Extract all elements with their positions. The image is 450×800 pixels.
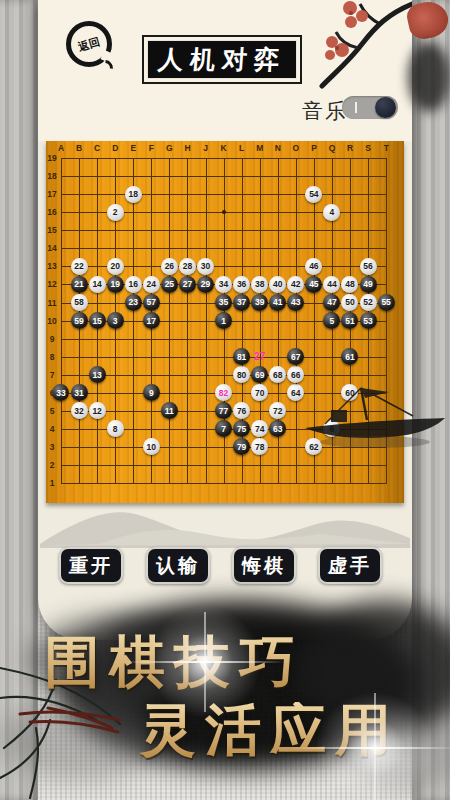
board-point-R6[interactable]: 60 — [341, 384, 359, 402]
stone-black-15: 15 — [89, 312, 106, 329]
stone-white-22: 22 — [71, 258, 88, 275]
stone-black-55: 55 — [378, 294, 395, 311]
stone-white-68: 68 — [269, 366, 286, 383]
board-point-C12[interactable]: 14 — [88, 275, 106, 293]
board-point-F6[interactable]: 9 — [142, 384, 160, 402]
background-curtain-left — [0, 0, 38, 800]
stone-black-49: 49 — [360, 276, 377, 293]
board-point-R10[interactable]: 51 — [341, 312, 359, 330]
intersection-grid[interactable]: 1234567891011121314151617181920212223242… — [52, 149, 395, 492]
stone-white-52: 52 — [360, 294, 377, 311]
board-point-G13[interactable]: 26 — [160, 257, 178, 275]
board-point-K12[interactable]: 34 — [215, 275, 233, 293]
marketing-line1: 围棋技巧 — [44, 634, 304, 690]
stone-black-13: 13 — [89, 366, 106, 383]
stone-black-23: 23 — [125, 294, 142, 311]
board-point-L7[interactable]: 80 — [233, 366, 251, 384]
stone-white-62: 62 — [305, 438, 322, 455]
board-point-F10[interactable]: 17 — [142, 312, 160, 330]
board-point-A6[interactable]: 33 — [52, 384, 70, 402]
stone-white-2: 2 — [107, 204, 124, 221]
stone-white-78: 78 — [251, 438, 268, 455]
stone-white-16: 16 — [125, 276, 142, 293]
back-button[interactable]: 返回 — [66, 21, 112, 67]
board-point-M11[interactable]: 39 — [251, 293, 269, 311]
board-point-Q4[interactable]: 6 — [323, 420, 341, 438]
board-point-F12[interactable]: 24 — [142, 275, 160, 293]
stone-black-37: 37 — [233, 294, 250, 311]
stone-white-30: 30 — [197, 258, 214, 275]
stone-black-47: 47 — [323, 294, 340, 311]
stone-black-9: 9 — [143, 384, 160, 401]
stone-white-82: 82 — [215, 384, 232, 401]
back-label: 返回 — [76, 34, 101, 54]
board-point-L8[interactable]: 81 — [233, 348, 251, 366]
stone-white-54: 54 — [305, 186, 322, 203]
board-point-P3[interactable]: 62 — [305, 438, 323, 456]
board-point-Q11[interactable]: 47 — [323, 293, 341, 311]
stone-black-75: 75 — [233, 420, 250, 437]
stone-black-63: 63 — [269, 420, 286, 437]
board-point-N12[interactable]: 40 — [269, 275, 287, 293]
stone-white-44: 44 — [323, 276, 340, 293]
board-point-C10[interactable]: 15 — [88, 312, 106, 330]
resign-button[interactable]: 认输 — [146, 547, 210, 584]
board-point-B10[interactable]: 59 — [70, 312, 88, 330]
marketing-line2: 灵活应用 — [140, 702, 400, 758]
stone-white-6: 6 — [323, 420, 340, 437]
board-point-D16[interactable]: 2 — [106, 203, 124, 221]
header: 返回 人机对弈 音乐 — [38, 0, 412, 141]
stone-white-8: 8 — [107, 420, 124, 437]
stone-black-81: 81 — [233, 348, 250, 365]
background-curtain-right — [412, 0, 450, 800]
board-point-H13[interactable]: 28 — [178, 257, 196, 275]
stone-white-40: 40 — [269, 276, 286, 293]
board-point-Q16[interactable]: 4 — [323, 203, 341, 221]
stone-white-12: 12 — [89, 402, 106, 419]
stone-white-24: 24 — [143, 276, 160, 293]
stone-black-19: 19 — [107, 276, 124, 293]
board-point-G5[interactable]: 11 — [160, 402, 178, 420]
music-label: 音乐 — [302, 97, 348, 125]
stone-white-18: 18 — [125, 186, 142, 203]
title-plaque: 人机对弈 — [142, 35, 302, 84]
stone-white-50: 50 — [341, 294, 358, 311]
stone-white-46: 46 — [305, 258, 322, 275]
board-point-L5[interactable]: 76 — [233, 402, 251, 420]
board-point-K6[interactable]: 82 — [215, 384, 233, 402]
board-point-J12[interactable]: 29 — [196, 275, 214, 293]
undo-button[interactable]: 悔棋 — [232, 547, 296, 584]
restart-button[interactable]: 重开 — [59, 547, 123, 584]
stone-white-72: 72 — [269, 402, 286, 419]
toggle-on-tick — [355, 102, 357, 113]
stone-black-35: 35 — [215, 294, 232, 311]
stone-white-4: 4 — [323, 204, 340, 221]
stone-black-41: 41 — [269, 294, 286, 311]
undo-label: 悔棋 — [241, 553, 286, 579]
board-point-K5[interactable]: 77 — [215, 402, 233, 420]
board-point-P13[interactable]: 46 — [305, 257, 323, 275]
board-point-Q12[interactable]: 44 — [323, 275, 341, 293]
board-point-M12[interactable]: 38 — [251, 275, 269, 293]
board-point-D13[interactable]: 20 — [106, 257, 124, 275]
stone-white-58: 58 — [71, 294, 88, 311]
board-point-E17[interactable]: 18 — [124, 185, 142, 203]
stone-black-11: 11 — [161, 402, 178, 419]
board-point-K4[interactable]: 7 — [215, 420, 233, 438]
stone-black-45: 45 — [305, 276, 322, 293]
board-point-D10[interactable]: 3 — [106, 312, 124, 330]
board-point-S11[interactable]: 52 — [359, 293, 377, 311]
board-point-K10[interactable]: 1 — [215, 312, 233, 330]
board-point-N11[interactable]: 41 — [269, 293, 287, 311]
board-point-B12[interactable]: 21 — [70, 275, 88, 293]
board-point-B6[interactable]: 31 — [70, 384, 88, 402]
board-point-P12[interactable]: 45 — [305, 275, 323, 293]
board-point-N4[interactable]: 63 — [269, 420, 287, 438]
stone-black-33: 33 — [52, 384, 69, 401]
stone-black-3: 3 — [107, 312, 124, 329]
board-point-D12[interactable]: 19 — [106, 275, 124, 293]
board-point-L4[interactable]: 75 — [233, 420, 251, 438]
stone-black-61: 61 — [341, 348, 358, 365]
board-point-M7[interactable]: 69 — [251, 366, 269, 384]
board-point-Q10[interactable]: 5 — [323, 312, 341, 330]
stone-black-17: 17 — [143, 312, 160, 329]
board-point-F11[interactable]: 57 — [142, 293, 160, 311]
board-point-S12[interactable]: 49 — [359, 275, 377, 293]
pass-button[interactable]: 虚手 — [318, 547, 382, 584]
board-point-E11[interactable]: 23 — [124, 293, 142, 311]
board-point-R11[interactable]: 50 — [341, 293, 359, 311]
stone-black-1: 1 — [215, 312, 232, 329]
stone-white-14: 14 — [89, 276, 106, 293]
board-point-O6[interactable]: 64 — [287, 384, 305, 402]
board-point-O12[interactable]: 42 — [287, 275, 305, 293]
go-board[interactable]: ABCDEFGHJKLMNOPQRST191817161514131211109… — [46, 141, 404, 503]
stone-white-74: 74 — [251, 420, 268, 437]
stone-black-21: 21 — [71, 276, 88, 293]
stone-black-59: 59 — [71, 312, 88, 329]
board-point-N5[interactable]: 72 — [269, 402, 287, 420]
stone-black-31: 31 — [71, 384, 88, 401]
screen: 返回 人机对弈 音乐 — [0, 0, 450, 800]
stone-white-70: 70 — [251, 384, 268, 401]
stone-white-64: 64 — [287, 384, 304, 401]
board-point-O7[interactable]: 66 — [287, 366, 305, 384]
stone-white-66: 66 — [287, 366, 304, 383]
board-point-T11[interactable]: 55 — [377, 293, 395, 311]
stone-black-79: 79 — [233, 438, 250, 455]
stone-white-48: 48 — [341, 276, 358, 293]
stone-white-28: 28 — [179, 258, 196, 275]
stone-white-36: 36 — [233, 276, 250, 293]
capture-marker: 27 — [254, 351, 265, 362]
board-point-M4[interactable]: 74 — [251, 420, 269, 438]
music-toggle[interactable] — [342, 96, 398, 119]
stone-black-39: 39 — [251, 294, 268, 311]
stone-white-76: 76 — [233, 402, 250, 419]
stone-black-69: 69 — [251, 366, 268, 383]
stone-white-34: 34 — [215, 276, 232, 293]
stone-black-67: 67 — [287, 348, 304, 365]
stone-white-80: 80 — [233, 366, 250, 383]
board-point-R8[interactable]: 61 — [341, 348, 359, 366]
board-point-M6[interactable]: 70 — [251, 384, 269, 402]
board-point-K11[interactable]: 35 — [215, 293, 233, 311]
board-point-L3[interactable]: 79 — [233, 438, 251, 456]
stone-black-29: 29 — [197, 276, 214, 293]
board-point-C5[interactable]: 12 — [88, 402, 106, 420]
board-point-M3[interactable]: 78 — [251, 438, 269, 456]
board-point-G12[interactable]: 25 — [160, 275, 178, 293]
stone-white-42: 42 — [287, 276, 304, 293]
stone-white-20: 20 — [107, 258, 124, 275]
board-point-E12[interactable]: 16 — [124, 275, 142, 293]
title-box: 人机对弈 — [147, 40, 297, 79]
board-point-O11[interactable]: 43 — [287, 293, 305, 311]
stone-white-38: 38 — [251, 276, 268, 293]
stone-white-60: 60 — [341, 384, 358, 401]
board-point-L12[interactable]: 36 — [233, 275, 251, 293]
stone-black-57: 57 — [143, 294, 160, 311]
board-point-R12[interactable]: 48 — [341, 275, 359, 293]
board-point-B13[interactable]: 22 — [70, 257, 88, 275]
stone-black-51: 51 — [341, 312, 358, 329]
board-point-F3[interactable]: 10 — [142, 438, 160, 456]
stone-black-53: 53 — [360, 312, 377, 329]
board-point-H12[interactable]: 27 — [178, 275, 196, 293]
resign-label: 认输 — [155, 553, 200, 579]
stone-black-7: 7 — [215, 420, 232, 437]
board-point-L11[interactable]: 37 — [233, 293, 251, 311]
stone-black-27: 27 — [179, 276, 196, 293]
stone-white-32: 32 — [71, 402, 88, 419]
stone-black-5: 5 — [323, 312, 340, 329]
stone-white-56: 56 — [360, 258, 377, 275]
restart-label: 重开 — [68, 553, 113, 579]
board-point-O8[interactable]: 67 — [287, 348, 305, 366]
board-point-P17[interactable]: 54 — [305, 185, 323, 203]
toggle-knob — [375, 97, 396, 118]
board-point-C7[interactable]: 13 — [88, 366, 106, 384]
stone-black-43: 43 — [287, 294, 304, 311]
stone-black-77: 77 — [215, 402, 232, 419]
board-point-B11[interactable]: 58 — [70, 293, 88, 311]
page-title: 人机对弈 — [157, 43, 287, 76]
plum-blossom-branch — [288, 0, 412, 100]
board-point-S13[interactable]: 56 — [359, 257, 377, 275]
stone-white-26: 26 — [161, 258, 178, 275]
stone-white-10: 10 — [143, 438, 160, 455]
pass-label: 虚手 — [327, 553, 372, 579]
board-point-M8[interactable]: 27 — [251, 348, 269, 366]
stone-black-25: 25 — [161, 276, 178, 293]
board-point-B5[interactable]: 32 — [70, 402, 88, 420]
board-point-D4[interactable]: 8 — [106, 420, 124, 438]
board-point-N7[interactable]: 68 — [269, 366, 287, 384]
board-point-J13[interactable]: 30 — [196, 257, 214, 275]
board-point-S10[interactable]: 53 — [359, 312, 377, 330]
